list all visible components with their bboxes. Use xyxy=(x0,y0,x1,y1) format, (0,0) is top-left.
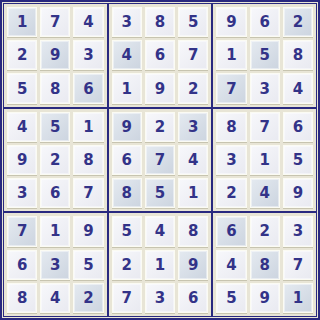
cell-r2c6[interactable]: 7 xyxy=(178,40,208,70)
cell-r7c2[interactable]: 1 xyxy=(40,216,70,246)
cell-r6c5[interactable]: 5 xyxy=(145,178,175,208)
cell-r9c9[interactable]: 1 xyxy=(283,283,313,313)
sudoku-box-2: 385467192 xyxy=(109,4,212,107)
cell-r2c7[interactable]: 1 xyxy=(216,40,246,70)
cell-r2c4[interactable]: 4 xyxy=(112,40,142,70)
cell-r4c5[interactable]: 2 xyxy=(145,112,175,142)
cell-r6c2[interactable]: 6 xyxy=(40,178,70,208)
cell-r1c6[interactable]: 5 xyxy=(178,7,208,37)
cell-r2c3[interactable]: 3 xyxy=(73,40,103,70)
sudoku-board: 1742935863854671929621587344519283679236… xyxy=(3,3,317,317)
cell-r1c4[interactable]: 3 xyxy=(112,7,142,37)
cell-r3c3[interactable]: 6 xyxy=(73,73,103,103)
cell-r8c7[interactable]: 4 xyxy=(216,250,246,280)
cell-r6c9[interactable]: 9 xyxy=(283,178,313,208)
cell-r7c5[interactable]: 4 xyxy=(145,216,175,246)
cell-r3c5[interactable]: 9 xyxy=(145,73,175,103)
cell-r5c3[interactable]: 8 xyxy=(73,145,103,175)
cell-r5c2[interactable]: 2 xyxy=(40,145,70,175)
cell-r2c5[interactable]: 6 xyxy=(145,40,175,70)
cell-r5c6[interactable]: 4 xyxy=(178,145,208,175)
cell-r1c5[interactable]: 8 xyxy=(145,7,175,37)
cell-r8c9[interactable]: 7 xyxy=(283,250,313,280)
sudoku-box-1: 174293586 xyxy=(4,4,107,107)
cell-r2c9[interactable]: 8 xyxy=(283,40,313,70)
cell-r1c1[interactable]: 1 xyxy=(7,7,37,37)
cell-r4c7[interactable]: 8 xyxy=(216,112,246,142)
cell-r7c1[interactable]: 7 xyxy=(7,216,37,246)
cell-r6c3[interactable]: 7 xyxy=(73,178,103,208)
cell-r4c3[interactable]: 1 xyxy=(73,112,103,142)
cell-r1c9[interactable]: 2 xyxy=(283,7,313,37)
cell-r9c6[interactable]: 6 xyxy=(178,283,208,313)
cell-r4c1[interactable]: 4 xyxy=(7,112,37,142)
cell-r5c5[interactable]: 7 xyxy=(145,145,175,175)
cell-r3c6[interactable]: 2 xyxy=(178,73,208,103)
sudoku-box-7: 719635842 xyxy=(4,213,107,316)
cell-r9c1[interactable]: 8 xyxy=(7,283,37,313)
cell-r7c7[interactable]: 6 xyxy=(216,216,246,246)
cell-r6c8[interactable]: 4 xyxy=(250,178,280,208)
sudoku-box-4: 451928367 xyxy=(4,109,107,212)
cell-r8c5[interactable]: 1 xyxy=(145,250,175,280)
cell-r9c7[interactable]: 5 xyxy=(216,283,246,313)
cell-r3c1[interactable]: 5 xyxy=(7,73,37,103)
cell-r6c6[interactable]: 1 xyxy=(178,178,208,208)
cell-r8c4[interactable]: 2 xyxy=(112,250,142,280)
cell-r5c1[interactable]: 9 xyxy=(7,145,37,175)
cell-r3c4[interactable]: 1 xyxy=(112,73,142,103)
cell-r3c9[interactable]: 4 xyxy=(283,73,313,103)
cell-r1c3[interactable]: 4 xyxy=(73,7,103,37)
cell-r6c1[interactable]: 3 xyxy=(7,178,37,208)
cell-r8c3[interactable]: 5 xyxy=(73,250,103,280)
cell-r5c4[interactable]: 6 xyxy=(112,145,142,175)
cell-r7c3[interactable]: 9 xyxy=(73,216,103,246)
cell-r4c6[interactable]: 3 xyxy=(178,112,208,142)
cell-r2c1[interactable]: 2 xyxy=(7,40,37,70)
cell-r6c4[interactable]: 8 xyxy=(112,178,142,208)
cell-r4c2[interactable]: 5 xyxy=(40,112,70,142)
cell-r1c8[interactable]: 6 xyxy=(250,7,280,37)
cell-r3c7[interactable]: 7 xyxy=(216,73,246,103)
cell-r9c5[interactable]: 3 xyxy=(145,283,175,313)
cell-r5c7[interactable]: 3 xyxy=(216,145,246,175)
cell-r7c8[interactable]: 2 xyxy=(250,216,280,246)
cell-r9c3[interactable]: 2 xyxy=(73,283,103,313)
cell-r7c9[interactable]: 3 xyxy=(283,216,313,246)
cell-r5c9[interactable]: 5 xyxy=(283,145,313,175)
cell-r8c8[interactable]: 8 xyxy=(250,250,280,280)
cell-r9c8[interactable]: 9 xyxy=(250,283,280,313)
sudoku-box-3: 962158734 xyxy=(213,4,316,107)
cell-r1c2[interactable]: 7 xyxy=(40,7,70,37)
cell-r9c2[interactable]: 4 xyxy=(40,283,70,313)
cell-r8c1[interactable]: 6 xyxy=(7,250,37,280)
cell-r9c4[interactable]: 7 xyxy=(112,283,142,313)
sudoku-app-frame: 1742935863854671929621587344519283679236… xyxy=(0,0,320,320)
cell-r1c7[interactable]: 9 xyxy=(216,7,246,37)
sudoku-box-5: 923674851 xyxy=(109,109,212,212)
cell-r7c4[interactable]: 5 xyxy=(112,216,142,246)
cell-r3c2[interactable]: 8 xyxy=(40,73,70,103)
cell-r4c4[interactable]: 9 xyxy=(112,112,142,142)
cell-r8c6[interactable]: 9 xyxy=(178,250,208,280)
cell-r3c8[interactable]: 3 xyxy=(250,73,280,103)
cell-r7c6[interactable]: 8 xyxy=(178,216,208,246)
sudoku-box-9: 623487591 xyxy=(213,213,316,316)
cell-r2c8[interactable]: 5 xyxy=(250,40,280,70)
cell-r6c7[interactable]: 2 xyxy=(216,178,246,208)
cell-r4c9[interactable]: 6 xyxy=(283,112,313,142)
cell-r8c2[interactable]: 3 xyxy=(40,250,70,280)
sudoku-box-8: 548219736 xyxy=(109,213,212,316)
sudoku-box-6: 876315249 xyxy=(213,109,316,212)
cell-r2c2[interactable]: 9 xyxy=(40,40,70,70)
cell-r5c8[interactable]: 1 xyxy=(250,145,280,175)
cell-r4c8[interactable]: 7 xyxy=(250,112,280,142)
